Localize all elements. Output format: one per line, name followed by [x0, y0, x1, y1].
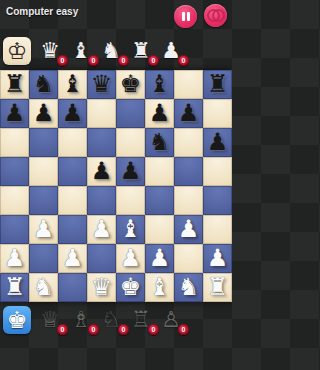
- captured-black-knight: ♘ 0: [96, 305, 126, 337]
- piece-black-pawn: ♟: [120, 157, 142, 186]
- piece-white-rook: ♜: [207, 273, 229, 302]
- piece-black-knight: ♞: [149, 128, 171, 157]
- square-b4[interactable]: [29, 186, 58, 215]
- black-player-turn-indicator[interactable]: ♔: [3, 37, 31, 65]
- square-g4[interactable]: [174, 186, 203, 215]
- pause-icon: [187, 12, 190, 21]
- square-f1[interactable]: ♝: [145, 273, 174, 302]
- square-d7[interactable]: [87, 99, 116, 128]
- black-player-tray: ♔ ♛ 0 ♝ 0 ♞ 0 ♜ 0 ♟ 0: [0, 35, 232, 69]
- square-f7[interactable]: ♟: [145, 99, 174, 128]
- piece-white-knight: ♞: [178, 273, 200, 302]
- piece-black-pawn: ♟: [91, 157, 113, 186]
- square-b5[interactable]: [29, 157, 58, 186]
- piece-white-pawn: ♟: [149, 244, 171, 273]
- square-b8[interactable]: ♞: [29, 70, 58, 99]
- square-g8[interactable]: [174, 70, 203, 99]
- square-e5[interactable]: ♟: [116, 157, 145, 186]
- piece-white-pawn: ♟: [207, 244, 229, 273]
- piece-black-pawn: ♟: [207, 128, 229, 157]
- piece-black-knight: ♞: [33, 70, 55, 99]
- captured-white-queen: ♛ 0: [35, 36, 65, 68]
- captured-white-rook: ♜ 0: [126, 36, 156, 68]
- white-player-tray: ♚ ♕ 0 ♗ 0 ♘ 0 ♖ 0 ♙ 0: [0, 304, 232, 338]
- piece-black-king: ♚: [120, 70, 142, 99]
- square-h2[interactable]: ♟: [203, 244, 232, 273]
- piece-white-pawn: ♟: [4, 244, 26, 273]
- pause-button[interactable]: [174, 5, 197, 28]
- captured-white-knight: ♞ 0: [96, 36, 126, 68]
- square-b1[interactable]: ♞: [29, 273, 58, 302]
- square-e4[interactable]: [116, 186, 145, 215]
- square-h1[interactable]: ♜: [203, 273, 232, 302]
- square-h7[interactable]: [203, 99, 232, 128]
- piece-black-pawn: ♟: [4, 99, 26, 128]
- piece-white-pawn: ♟: [62, 244, 84, 273]
- square-g5[interactable]: [174, 157, 203, 186]
- square-c2[interactable]: ♟: [58, 244, 87, 273]
- captured-black-pawn: ♙ 0: [156, 305, 186, 337]
- square-f8[interactable]: ♝: [145, 70, 174, 99]
- square-d2[interactable]: [87, 244, 116, 273]
- square-a8[interactable]: ♜: [0, 70, 29, 99]
- piece-white-pawn: ♟: [91, 215, 113, 244]
- square-h5[interactable]: [203, 157, 232, 186]
- square-h3[interactable]: [203, 215, 232, 244]
- logo-button[interactable]: [204, 4, 227, 27]
- square-h8[interactable]: ♜: [203, 70, 232, 99]
- square-c7[interactable]: ♟: [58, 99, 87, 128]
- square-d1[interactable]: ♛: [87, 273, 116, 302]
- piece-white-king: ♚: [120, 273, 142, 302]
- piece-white-queen: ♛: [91, 273, 113, 302]
- piece-black-rook: ♜: [207, 70, 229, 99]
- piece-black-queen: ♛: [91, 70, 113, 99]
- square-d8[interactable]: ♛: [87, 70, 116, 99]
- square-f3[interactable]: [145, 215, 174, 244]
- square-e8[interactable]: ♚: [116, 70, 145, 99]
- square-a4[interactable]: [0, 186, 29, 215]
- square-g7[interactable]: ♟: [174, 99, 203, 128]
- square-a3[interactable]: [0, 215, 29, 244]
- piece-black-pawn: ♟: [62, 99, 84, 128]
- capture-count-badge: 0: [178, 55, 189, 66]
- white-player-turn-indicator[interactable]: ♚: [3, 306, 31, 334]
- captured-white-pawn: ♟ 0: [156, 36, 186, 68]
- captured-black-bishop: ♗ 0: [66, 305, 96, 337]
- piece-black-pawn: ♟: [33, 99, 55, 128]
- square-f2[interactable]: ♟: [145, 244, 174, 273]
- square-e3[interactable]: ♝: [116, 215, 145, 244]
- piece-white-rook: ♜: [4, 273, 26, 302]
- piece-white-pawn: ♟: [178, 215, 200, 244]
- square-f6[interactable]: ♞: [145, 128, 174, 157]
- square-c6[interactable]: [58, 128, 87, 157]
- page-title: Computer easy: [6, 6, 78, 17]
- captured-black-rook: ♖ 0: [126, 305, 156, 337]
- square-e2[interactable]: ♟: [116, 244, 145, 273]
- king-icon: ♔: [7, 37, 28, 65]
- square-b6[interactable]: [29, 128, 58, 157]
- piece-black-pawn: ♟: [178, 99, 200, 128]
- piece-black-bishop: ♝: [149, 70, 171, 99]
- piece-white-pawn: ♟: [120, 244, 142, 273]
- square-f5[interactable]: [145, 157, 174, 186]
- piece-black-rook: ♜: [4, 70, 26, 99]
- piece-black-pawn: ♟: [149, 99, 171, 128]
- double-circle-icon: [212, 9, 225, 22]
- square-g1[interactable]: ♞: [174, 273, 203, 302]
- piece-white-pawn: ♟: [33, 215, 55, 244]
- piece-black-bishop: ♝: [62, 70, 84, 99]
- piece-white-knight: ♞: [33, 273, 55, 302]
- square-b7[interactable]: ♟: [29, 99, 58, 128]
- square-e1[interactable]: ♚: [116, 273, 145, 302]
- square-a7[interactable]: ♟: [0, 99, 29, 128]
- square-c5[interactable]: [58, 157, 87, 186]
- captured-white-bishop: ♝ 0: [66, 36, 96, 68]
- square-h4[interactable]: [203, 186, 232, 215]
- square-g6[interactable]: [174, 128, 203, 157]
- square-a2[interactable]: ♟: [0, 244, 29, 273]
- piece-white-bishop: ♝: [149, 273, 171, 302]
- square-d3[interactable]: ♟: [87, 215, 116, 244]
- square-e6[interactable]: [116, 128, 145, 157]
- square-d6[interactable]: [87, 128, 116, 157]
- piece-white-bishop: ♝: [120, 215, 142, 244]
- square-f4[interactable]: [145, 186, 174, 215]
- square-d5[interactable]: ♟: [87, 157, 116, 186]
- capture-count-badge: 0: [178, 324, 189, 335]
- square-c8[interactable]: ♝: [58, 70, 87, 99]
- captured-black-queen: ♕ 0: [35, 305, 65, 337]
- square-g2[interactable]: [174, 244, 203, 273]
- square-c1[interactable]: [58, 273, 87, 302]
- pause-icon: [182, 12, 185, 21]
- square-b2[interactable]: [29, 244, 58, 273]
- square-d4[interactable]: [87, 186, 116, 215]
- king-icon: ♚: [7, 306, 28, 334]
- square-c3[interactable]: [58, 215, 87, 244]
- square-b3[interactable]: ♟: [29, 215, 58, 244]
- square-a6[interactable]: [0, 128, 29, 157]
- square-c4[interactable]: [58, 186, 87, 215]
- square-h6[interactable]: ♟: [203, 128, 232, 157]
- chess-board: ♜♞♝♛♚♝♜♟♟♟♟♟♞♟♟♟♟♟♝♟♟♟♟♟♟♜♞♛♚♝♞♜: [0, 70, 232, 302]
- square-g3[interactable]: ♟: [174, 215, 203, 244]
- square-a5[interactable]: [0, 157, 29, 186]
- square-e7[interactable]: [116, 99, 145, 128]
- square-a1[interactable]: ♜: [0, 273, 29, 302]
